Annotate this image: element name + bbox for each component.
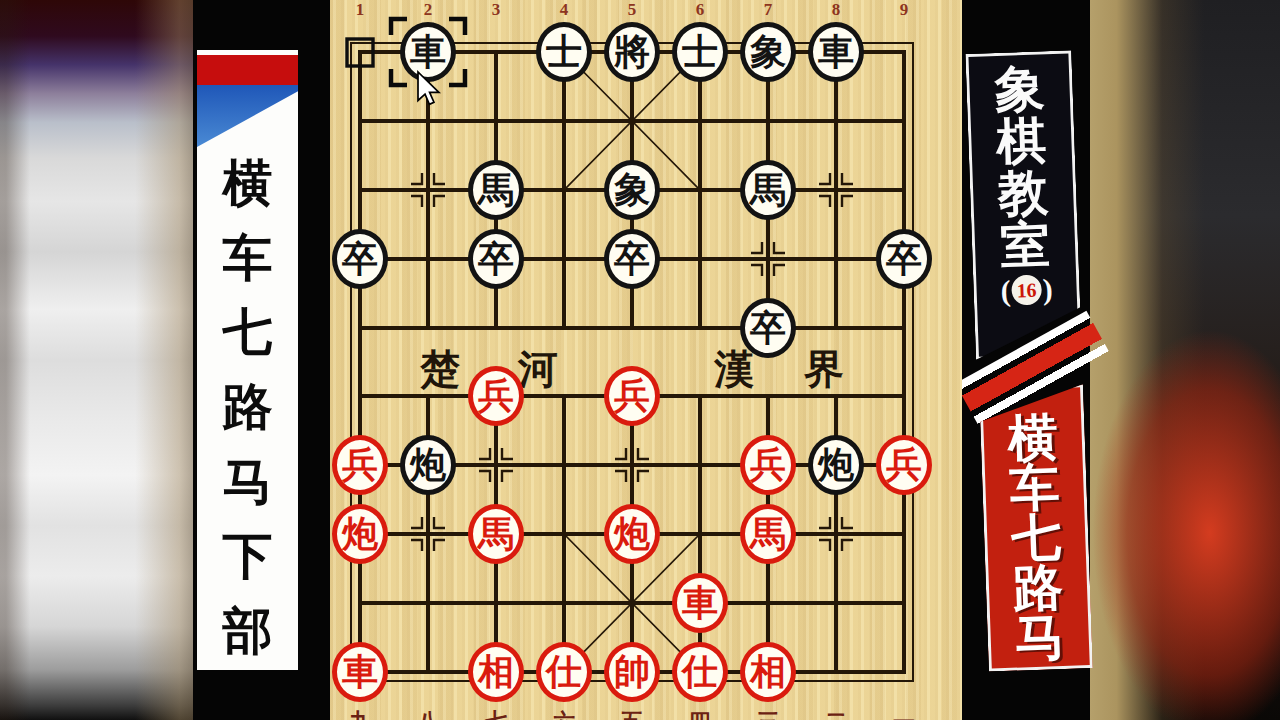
last-move-origin-marker: [347, 39, 373, 66]
right-title-banner: 象棋教室 ( 16 ) 横车七路马: [965, 50, 1092, 665]
lesson-title-box: 横车七路马: [979, 384, 1093, 671]
lesson-title-char: 七: [1010, 512, 1062, 564]
paren-open: (: [1000, 274, 1011, 308]
episode-disc: 16: [1011, 275, 1042, 306]
series-title: 象棋教室: [994, 62, 1051, 272]
left-banner-char: 马: [223, 457, 273, 507]
left-banner-title: 横车七路马下部: [197, 158, 298, 656]
lesson-title-char: 车: [1009, 462, 1061, 514]
left-banner-char: 车: [223, 233, 273, 283]
left-banner-char: 横: [223, 158, 273, 208]
point-marker: [411, 173, 445, 207]
banner-red-bar: [197, 55, 298, 85]
left-banner-char: 下: [223, 531, 273, 581]
series-title-char: 棋: [996, 114, 1048, 168]
lesson-title-char: 横: [1007, 412, 1059, 464]
point-marker: [819, 173, 853, 207]
point-marker: [479, 448, 513, 482]
right-panel: 象棋教室 ( 16 ) 横车七路马: [962, 0, 1090, 720]
left-banner-char: 路: [223, 382, 273, 432]
left-banner-char: 七: [223, 307, 273, 357]
series-title-box: 象棋教室 ( 16 ): [965, 50, 1082, 360]
left-banner-char: 部: [223, 606, 273, 656]
blurred-background-left: [0, 0, 193, 720]
lesson-title-char: 路: [1012, 562, 1064, 614]
series-title-char: 教: [997, 166, 1049, 220]
left-title-banner: 横车七路马下部: [197, 50, 298, 670]
series-title-char: 室: [999, 218, 1051, 272]
left-panel: 横车七路马下部: [193, 0, 330, 720]
point-marker: [411, 517, 445, 551]
paren-close: ): [1042, 272, 1053, 306]
blurred-background-right: [1090, 0, 1280, 720]
episode-number: ( 16 ): [1000, 272, 1053, 308]
banner-blue-wedge: [197, 85, 298, 147]
lesson-title: 横车七路马: [1007, 412, 1066, 664]
series-title-char: 象: [994, 62, 1046, 116]
point-marker: [819, 517, 853, 551]
board-overlay: [330, 0, 962, 720]
point-marker: [615, 448, 649, 482]
point-marker: [751, 242, 785, 276]
mouse-cursor: [418, 72, 439, 104]
lesson-title-char: 马: [1014, 612, 1066, 664]
xiangqi-board[interactable]: 車士將士象車馬象馬卒卒卒卒卒炮炮兵兵兵兵兵炮馬炮馬車車相仕帥仕相 楚河 漢界 1…: [330, 0, 962, 720]
selection-brackets: [391, 19, 465, 85]
